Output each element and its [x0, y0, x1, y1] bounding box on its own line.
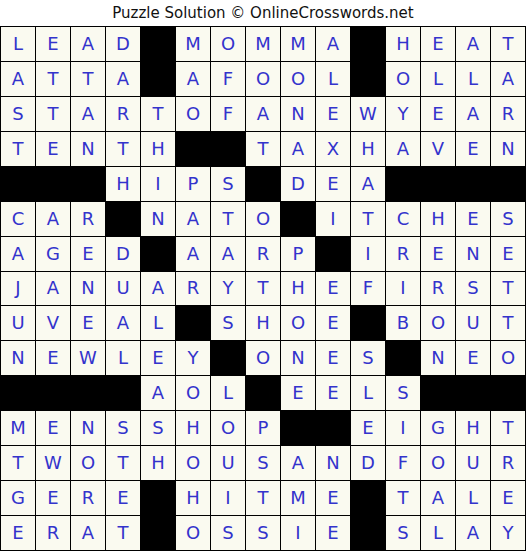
letter-cell: N: [491, 132, 525, 166]
letter-cell: Y: [211, 272, 245, 306]
black-cell: [141, 62, 175, 96]
letter-cell: G: [1, 481, 35, 515]
black-cell: [351, 306, 385, 340]
black-cell: [176, 132, 210, 166]
letter-cell: A: [36, 202, 70, 236]
letter-cell: H: [386, 27, 420, 61]
letter-cell: O: [176, 446, 210, 480]
letter-cell: T: [106, 132, 140, 166]
letter-cell: G: [421, 411, 455, 445]
letter-cell: V: [36, 306, 70, 340]
letter-cell: N: [1, 341, 35, 375]
title-bar: Puzzle Solution © OnlineCrosswords.net: [0, 0, 526, 26]
letter-cell: T: [246, 272, 280, 306]
letter-cell: R: [106, 97, 140, 131]
letter-cell: W: [71, 341, 105, 375]
letter-cell: E: [456, 341, 490, 375]
black-cell: [1, 167, 35, 201]
letter-cell: O: [421, 446, 455, 480]
letter-cell: D: [281, 167, 315, 201]
letter-cell: L: [211, 376, 245, 410]
letter-cell: L: [351, 376, 385, 410]
letter-cell: U: [106, 272, 140, 306]
letter-cell: I: [386, 272, 420, 306]
letter-cell: T: [211, 202, 245, 236]
letter-cell: E: [316, 376, 350, 410]
letter-cell: A: [1, 62, 35, 96]
black-cell: [1, 376, 35, 410]
black-cell: [71, 376, 105, 410]
letter-cell: E: [36, 341, 70, 375]
letter-cell: D: [351, 446, 385, 480]
letter-cell: A: [176, 62, 210, 96]
letter-cell: M: [176, 27, 210, 61]
letter-cell: S: [351, 341, 385, 375]
letter-cell: R: [71, 202, 105, 236]
letter-cell: O: [246, 62, 280, 96]
letter-cell: E: [316, 481, 350, 515]
letter-cell: R: [491, 446, 525, 480]
letter-cell: N: [281, 341, 315, 375]
letter-cell: H: [106, 167, 140, 201]
letter-cell: S: [211, 167, 245, 201]
letter-cell: E: [421, 27, 455, 61]
letter-cell: F: [386, 446, 420, 480]
black-cell: [211, 132, 245, 166]
letter-cell: O: [211, 411, 245, 445]
letter-cell: E: [71, 237, 105, 271]
letter-cell: T: [246, 132, 280, 166]
letter-cell: J: [1, 272, 35, 306]
black-cell: [106, 202, 140, 236]
letter-cell: A: [141, 376, 175, 410]
letter-cell: I: [211, 481, 245, 515]
black-cell: [211, 341, 245, 375]
letter-cell: E: [36, 481, 70, 515]
black-cell: [386, 341, 420, 375]
letter-cell: V: [421, 132, 455, 166]
letter-cell: E: [491, 237, 525, 271]
black-cell: [36, 167, 70, 201]
letter-cell: D: [106, 237, 140, 271]
black-cell: [351, 62, 385, 96]
letter-cell: O: [211, 27, 245, 61]
letter-cell: H: [421, 202, 455, 236]
letter-cell: T: [36, 97, 70, 131]
page-title: Puzzle Solution © OnlineCrosswords.net: [112, 4, 413, 22]
black-cell: [141, 237, 175, 271]
letter-cell: T: [106, 446, 140, 480]
letter-cell: M: [1, 411, 35, 445]
letter-cell: E: [36, 132, 70, 166]
letter-cell: M: [281, 481, 315, 515]
letter-cell: O: [176, 376, 210, 410]
letter-cell: A: [141, 272, 175, 306]
letter-cell: E: [141, 341, 175, 375]
letter-cell: H: [281, 272, 315, 306]
letter-cell: H: [456, 411, 490, 445]
letter-cell: Y: [176, 341, 210, 375]
letter-cell: Y: [491, 516, 525, 550]
black-cell: [246, 376, 280, 410]
letter-cell: A: [281, 446, 315, 480]
letter-cell: A: [456, 516, 490, 550]
letter-cell: A: [36, 272, 70, 306]
black-cell: [421, 167, 455, 201]
letter-cell: N: [421, 341, 455, 375]
letter-cell: D: [106, 27, 140, 61]
letter-cell: S: [246, 446, 280, 480]
letter-cell: A: [246, 97, 280, 131]
letter-cell: T: [1, 132, 35, 166]
letter-cell: L: [421, 62, 455, 96]
letter-cell: S: [106, 411, 140, 445]
black-cell: [316, 411, 350, 445]
letter-cell: E: [316, 341, 350, 375]
letter-cell: A: [211, 237, 245, 271]
letter-cell: N: [71, 411, 105, 445]
letter-cell: O: [281, 306, 315, 340]
letter-cell: A: [281, 132, 315, 166]
black-cell: [456, 376, 490, 410]
letter-cell: E: [316, 516, 350, 550]
black-cell: [491, 167, 525, 201]
letter-cell: L: [141, 306, 175, 340]
letter-cell: E: [456, 132, 490, 166]
letter-cell: O: [176, 516, 210, 550]
black-cell: [246, 167, 280, 201]
letter-cell: S: [491, 202, 525, 236]
black-cell: [141, 516, 175, 550]
letter-cell: S: [141, 411, 175, 445]
letter-cell: T: [386, 481, 420, 515]
letter-cell: S: [1, 97, 35, 131]
letter-cell: A: [456, 97, 490, 131]
letter-cell: L: [456, 481, 490, 515]
black-cell: [386, 167, 420, 201]
letter-cell: A: [106, 306, 140, 340]
letter-cell: E: [281, 376, 315, 410]
letter-cell: H: [141, 446, 175, 480]
letter-cell: S: [386, 376, 420, 410]
letter-cell: I: [281, 516, 315, 550]
letter-cell: F: [211, 62, 245, 96]
letter-cell: N: [316, 446, 350, 480]
letter-cell: Y: [386, 97, 420, 131]
letter-cell: T: [246, 481, 280, 515]
letter-cell: L: [316, 62, 350, 96]
letter-cell: O: [246, 341, 280, 375]
letter-cell: A: [491, 62, 525, 96]
letter-cell: R: [491, 97, 525, 131]
letter-cell: E: [316, 97, 350, 131]
black-cell: [36, 376, 70, 410]
letter-cell: E: [106, 481, 140, 515]
letter-cell: A: [421, 481, 455, 515]
letter-cell: S: [456, 272, 490, 306]
letter-cell: R: [36, 516, 70, 550]
letter-cell: E: [36, 411, 70, 445]
letter-cell: A: [71, 516, 105, 550]
letter-cell: M: [246, 27, 280, 61]
letter-cell: S: [386, 516, 420, 550]
black-cell: [421, 376, 455, 410]
letter-cell: E: [36, 27, 70, 61]
letter-cell: P: [246, 411, 280, 445]
black-cell: [281, 202, 315, 236]
letter-cell: N: [141, 202, 175, 236]
letter-cell: P: [176, 167, 210, 201]
letter-cell: A: [316, 27, 350, 61]
letter-cell: N: [456, 237, 490, 271]
letter-cell: A: [386, 132, 420, 166]
letter-cell: U: [211, 446, 245, 480]
letter-cell: S: [211, 306, 245, 340]
letter-cell: I: [351, 237, 385, 271]
letter-cell: A: [71, 27, 105, 61]
letter-cell: W: [351, 97, 385, 131]
letter-cell: C: [1, 202, 35, 236]
letter-cell: M: [281, 27, 315, 61]
letter-cell: H: [176, 411, 210, 445]
black-cell: [106, 376, 140, 410]
letter-cell: T: [491, 411, 525, 445]
letter-cell: I: [386, 411, 420, 445]
letter-cell: O: [421, 306, 455, 340]
black-cell: [351, 516, 385, 550]
letter-cell: T: [36, 62, 70, 96]
letter-cell: W: [36, 446, 70, 480]
letter-cell: T: [71, 62, 105, 96]
letter-cell: A: [176, 237, 210, 271]
letter-cell: O: [176, 97, 210, 131]
black-cell: [351, 481, 385, 515]
letter-cell: L: [456, 62, 490, 96]
letter-cell: G: [36, 237, 70, 271]
letter-cell: E: [421, 97, 455, 131]
letter-cell: H: [246, 306, 280, 340]
letter-cell: O: [491, 341, 525, 375]
black-cell: [281, 411, 315, 445]
black-cell: [316, 237, 350, 271]
letter-cell: O: [246, 202, 280, 236]
letter-cell: T: [491, 27, 525, 61]
letter-cell: N: [71, 272, 105, 306]
letter-cell: S: [211, 516, 245, 550]
letter-cell: O: [386, 62, 420, 96]
letter-cell: E: [316, 167, 350, 201]
letter-cell: E: [1, 516, 35, 550]
letter-cell: T: [491, 272, 525, 306]
letter-cell: H: [351, 132, 385, 166]
letter-cell: T: [141, 97, 175, 131]
letter-cell: T: [1, 446, 35, 480]
letter-cell: R: [386, 237, 420, 271]
letter-cell: F: [211, 97, 245, 131]
black-cell: [71, 167, 105, 201]
letter-cell: L: [106, 341, 140, 375]
letter-cell: E: [421, 237, 455, 271]
letter-cell: U: [456, 306, 490, 340]
letter-cell: A: [351, 167, 385, 201]
letter-cell: E: [71, 306, 105, 340]
letter-cell: O: [71, 446, 105, 480]
letter-cell: E: [351, 411, 385, 445]
black-cell: [351, 27, 385, 61]
letter-cell: T: [351, 202, 385, 236]
black-cell: [141, 481, 175, 515]
letter-cell: E: [491, 481, 525, 515]
black-cell: [141, 27, 175, 61]
letter-cell: R: [176, 272, 210, 306]
letter-cell: C: [386, 202, 420, 236]
letter-cell: P: [281, 237, 315, 271]
letter-cell: L: [421, 516, 455, 550]
letter-cell: A: [106, 62, 140, 96]
letter-cell: A: [1, 237, 35, 271]
black-cell: [176, 306, 210, 340]
crossword-solution-page: Puzzle Solution © OnlineCrosswords.net L…: [0, 0, 526, 551]
letter-cell: A: [71, 97, 105, 131]
letter-cell: I: [316, 202, 350, 236]
letter-cell: F: [351, 272, 385, 306]
letter-cell: R: [71, 481, 105, 515]
letter-cell: N: [281, 97, 315, 131]
letter-cell: H: [176, 481, 210, 515]
letter-cell: X: [316, 132, 350, 166]
letter-cell: B: [386, 306, 420, 340]
letter-cell: R: [246, 237, 280, 271]
black-cell: [456, 167, 490, 201]
letter-cell: E: [456, 202, 490, 236]
black-cell: [491, 376, 525, 410]
letter-cell: N: [71, 132, 105, 166]
letter-cell: S: [246, 516, 280, 550]
letter-cell: U: [1, 306, 35, 340]
letter-cell: A: [456, 27, 490, 61]
letter-cell: E: [316, 272, 350, 306]
letter-cell: L: [1, 27, 35, 61]
crossword-grid: LEADMOMMAHEATATTAAFOOLOLLASTARTOFANEWYEA…: [0, 26, 526, 551]
letter-cell: I: [141, 167, 175, 201]
letter-cell: T: [491, 306, 525, 340]
letter-cell: O: [281, 62, 315, 96]
letter-cell: R: [421, 272, 455, 306]
letter-cell: U: [456, 446, 490, 480]
letter-cell: T: [106, 516, 140, 550]
letter-cell: A: [176, 202, 210, 236]
letter-cell: E: [316, 306, 350, 340]
letter-cell: H: [141, 132, 175, 166]
